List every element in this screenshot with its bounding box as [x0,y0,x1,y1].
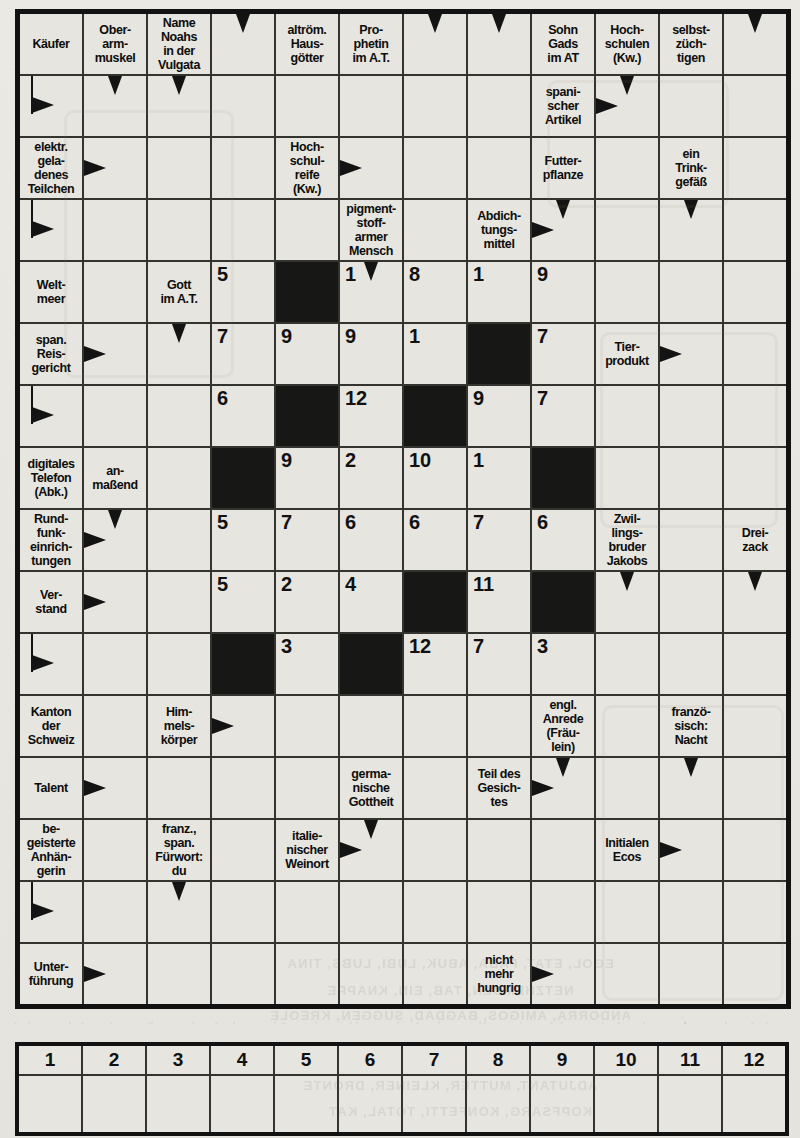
answer-cell[interactable] [404,14,466,74]
key-number: 7 [281,511,292,533]
key-number: 12 [345,387,367,409]
answer-cell[interactable]: 7 [532,386,594,446]
answer-cell[interactable] [724,324,786,384]
clue-text: Gott im A.T. [148,278,210,306]
answer-cell[interactable] [724,696,786,756]
clue-text: pigment- stoff- armer Mensch [340,202,402,258]
answer-cell[interactable] [148,634,210,694]
answer-cell[interactable] [212,758,274,818]
answer-cell[interactable] [148,448,210,508]
clue-cell: franzö- sisch: Nacht [660,696,722,756]
answer-cell[interactable] [596,448,658,508]
clue-text: Talent [20,781,82,795]
answer-cell[interactable]: 9 [276,324,338,384]
clue-text: engl. Anrede (Fräu- lein) [532,698,594,754]
answer-cell[interactable] [724,820,786,880]
clue-cell: elektr. gela- denes Teilchen [20,138,82,198]
answer-cell[interactable] [532,200,594,260]
key-number: 7 [537,325,548,347]
bleed-through-text: ANDORRA, AMIGOS, BAGDAD, SUGGEN, KREOLE [210,1008,690,1023]
answer-cell[interactable] [340,696,402,756]
answer-cell[interactable] [724,262,786,322]
answer-cell[interactable] [660,200,722,260]
clue-text: digitales Telefon (Abk.) [20,457,82,499]
answer-cell[interactable] [596,386,658,446]
key-number: 7 [473,635,484,657]
key-number: 10 [409,449,431,471]
strip-answer-cell[interactable] [339,1076,401,1132]
clue-cell: pigment- stoff- armer Mensch [340,200,402,260]
answer-cell[interactable] [596,758,658,818]
answer-cell[interactable] [84,262,146,322]
answer-cell[interactable]: 1 [404,324,466,384]
clue-cell: Hoch- schul- reife (Kw.) [276,138,338,198]
answer-cell[interactable] [596,882,658,942]
strip-number-cell: 12 [723,1046,785,1074]
answer-cell[interactable]: 7 [468,510,530,570]
clue-text: an- maßend [84,464,146,492]
answer-cell[interactable] [84,696,146,756]
answer-cell[interactable]: 11 [468,572,530,632]
clue-cell: Hoch- schulen (Kw.) [596,14,658,74]
answer-cell[interactable]: 5 [212,510,274,570]
clue-cell: Käufer [20,14,82,74]
answer-cell[interactable] [340,882,402,942]
clue-cell: Unter- führung [20,944,82,1004]
answer-cell[interactable] [276,200,338,260]
answer-cell[interactable] [660,448,722,508]
clue-text: Futter- pflanze [532,154,594,182]
clue-text: Welt- meer [20,278,82,306]
right-arrow-icon [532,222,554,238]
clue-cell: italie- nischer Weinort [276,820,338,880]
answer-cell[interactable] [468,882,530,942]
answer-cell[interactable] [148,324,210,384]
answer-cell[interactable] [468,820,530,880]
clue-cell: germa- nische Gottheit [340,758,402,818]
clue-text: Name Noahs in der Vulgata [148,16,210,72]
answer-cell[interactable] [404,138,466,198]
answer-cell[interactable] [148,200,210,260]
answer-cell[interactable] [212,200,274,260]
clue-cell: be- geisterte Anhän- gerin [20,820,82,880]
answer-cell[interactable] [660,262,722,322]
answer-cell[interactable] [84,882,146,942]
strip-number-cell: 4 [211,1046,273,1074]
black-cell [404,572,466,632]
clue-text: Rund- funk- einrich- tungen [20,512,82,568]
clue-text: Pro- phetin im A.T. [340,23,402,65]
right-arrow-icon [84,346,106,362]
clue-cell: digitales Telefon (Abk.) [20,448,82,508]
key-number: 6 [345,511,356,533]
key-number: 9 [345,325,356,347]
strip-answer-cell[interactable] [19,1076,81,1132]
clue-text: Teil des Gesich- tes [468,767,530,809]
answer-cell[interactable]: 7 [212,324,274,384]
answer-cell[interactable]: 12 [340,386,402,446]
clue-cell: Kanton der Schweiz [20,696,82,756]
clue-text: Initialen Ecos [596,836,658,864]
answer-cell[interactable] [148,386,210,446]
answer-cell[interactable]: 9 [532,262,594,322]
clue-text: Him- mels- körper [148,705,210,747]
black-cell [532,448,594,508]
strip-answer-cell[interactable] [595,1076,657,1132]
black-cell [404,386,466,446]
key-number: 9 [281,449,292,471]
strip-answer-cell[interactable] [467,1076,529,1132]
clue-cell: Pro- phetin im A.T. [340,14,402,74]
answer-cell[interactable] [84,200,146,260]
clue-text: germa- nische Gottheit [340,767,402,809]
answer-cell[interactable] [84,138,146,198]
answer-cell[interactable] [660,820,722,880]
answer-cell[interactable] [404,820,466,880]
black-cell [532,572,594,632]
answer-cell[interactable] [84,634,146,694]
answer-cell[interactable] [660,572,722,632]
clue-cell: span. Reis- gericht [20,324,82,384]
flag-arrow-icon [31,200,33,238]
clue-cell: Sohn Gads im AT [532,14,594,74]
answer-cell[interactable]: 3 [532,634,594,694]
strip-answer-cell[interactable] [83,1076,145,1132]
answer-cell[interactable] [660,324,722,384]
answer-cell[interactable] [660,882,722,942]
answer-cell[interactable] [276,696,338,756]
answer-cell[interactable] [340,138,402,198]
answer-cell[interactable] [212,696,274,756]
key-number: 11 [473,573,494,595]
clue-text: Ober- arm- muskel [84,23,146,65]
key-number: 6 [409,511,420,533]
answer-cell[interactable] [148,76,210,136]
answer-cell[interactable] [468,696,530,756]
clue-text: Sohn Gads im AT [532,23,594,65]
answer-cell[interactable]: 7 [532,324,594,384]
clue-text: Unter- führung [20,960,82,988]
clue-text: Hoch- schul- reife (Kw.) [276,140,338,196]
key-number: 1 [409,325,420,347]
answer-cell[interactable] [84,944,146,1004]
clue-cell: Talent [20,758,82,818]
down-arrow-icon [684,758,698,777]
black-cell [212,634,274,694]
clue-text: altröm. Haus- götter [276,23,338,65]
black-cell [276,386,338,446]
clue-text: nicht mehr hungrig [468,953,530,995]
answer-cell[interactable] [660,634,722,694]
answer-cell[interactable] [724,138,786,198]
clue-cell: Ober- arm- muskel [84,14,146,74]
answer-cell[interactable]: 5 [212,262,274,322]
answer-cell[interactable] [20,76,82,136]
right-arrow-icon [84,532,106,548]
key-number: 4 [345,573,356,595]
strip-number-cell: 2 [83,1046,145,1074]
key-number: 5 [217,511,228,533]
answer-cell[interactable] [724,448,786,508]
answer-cell[interactable]: 6 [212,386,274,446]
down-arrow-icon [556,200,570,219]
answer-cell[interactable] [20,200,82,260]
answer-cell[interactable] [596,138,658,198]
down-arrow-icon [364,820,378,839]
answer-cell[interactable]: 7 [468,634,530,694]
answer-cell[interactable] [84,572,146,632]
answer-cell[interactable]: 6 [340,510,402,570]
answer-cell[interactable] [404,696,466,756]
right-arrow-icon [660,842,682,858]
flag-arrow-icon [31,76,33,114]
clue-cell: Zwil- lings- bruder Jakobs [596,510,658,570]
answer-cell[interactable] [212,14,274,74]
answer-cell[interactable] [84,76,146,136]
clue-cell: Him- mels- körper [148,696,210,756]
answer-cell[interactable]: 6 [532,510,594,570]
answer-cell[interactable]: 9 [340,324,402,384]
key-number: 3 [537,635,548,657]
answer-cell[interactable] [404,882,466,942]
key-number: 12 [409,635,431,657]
answer-cell[interactable] [20,882,82,942]
answer-cell[interactable] [724,200,786,260]
clue-cell: Ver- stand [20,572,82,632]
answer-cell[interactable] [148,758,210,818]
answer-cell[interactable] [596,696,658,756]
clue-cell: Rund- funk- einrich- tungen [20,510,82,570]
answer-cell[interactable] [276,76,338,136]
answer-cell[interactable] [724,944,786,1004]
key-number: 6 [537,511,548,533]
clue-cell: Initialen Ecos [596,820,658,880]
answer-cell[interactable] [84,510,146,570]
black-cell [276,262,338,322]
crossword-board: KäuferOber- arm- muskelName Noahs in der… [15,9,791,1009]
down-arrow-icon [556,758,570,777]
right-arrow-icon [660,346,682,362]
down-arrow-icon [684,200,698,219]
down-arrow-icon [172,882,186,901]
answer-cell[interactable] [212,76,274,136]
answer-cell[interactable] [596,262,658,322]
strip-answer-cell[interactable] [723,1076,785,1132]
down-arrow-icon [620,76,634,95]
flag-arrow-icon [31,882,33,920]
answer-cell[interactable] [468,76,530,136]
strip-number-cell: 8 [467,1046,529,1074]
key-number: 7 [217,325,228,347]
answer-cell[interactable] [724,882,786,942]
answer-cell[interactable] [468,14,530,74]
answer-cell[interactable] [148,882,210,942]
answer-cell[interactable] [660,510,722,570]
answer-cell[interactable] [724,634,786,694]
strip-number-cell: 6 [339,1046,401,1074]
clue-cell: Welt- meer [20,262,82,322]
strip-answer-cell[interactable] [531,1076,593,1132]
answer-cell[interactable] [532,820,594,880]
clue-text: Käufer [20,37,82,51]
answer-cell[interactable] [340,820,402,880]
answer-cell[interactable] [340,944,402,1004]
answer-cell[interactable] [148,572,210,632]
clue-text: ein Trink- gefäß [660,147,722,189]
clue-cell: Drei- zack [724,510,786,570]
answer-cell[interactable] [84,324,146,384]
clue-cell: an- maßend [84,448,146,508]
answer-cell[interactable] [660,76,722,136]
answer-cell[interactable] [724,386,786,446]
right-arrow-icon [84,160,106,176]
strip-number-cell: 9 [531,1046,593,1074]
answer-cell[interactable] [404,944,466,1004]
answer-cell[interactable] [532,882,594,942]
strip-number-cell: 3 [147,1046,209,1074]
black-cell [468,324,530,384]
answer-cell[interactable] [660,944,722,1004]
answer-cell[interactable]: 1 [340,262,402,322]
answer-cell[interactable]: 8 [404,262,466,322]
clue-cell: Teil des Gesich- tes [468,758,530,818]
answer-cell[interactable] [212,138,274,198]
right-arrow-icon [212,718,234,734]
answer-cell[interactable] [84,820,146,880]
answer-cell[interactable] [596,572,658,632]
right-arrow-icon [532,780,554,796]
right-arrow-icon [596,98,618,114]
strip-answer-cell[interactable] [403,1076,465,1132]
key-number: 3 [281,635,292,657]
answer-cell[interactable] [340,76,402,136]
answer-cell[interactable] [596,634,658,694]
clue-cell: nicht mehr hungrig [468,944,530,1004]
answer-cell[interactable] [724,14,786,74]
answer-cell[interactable]: 12 [404,634,466,694]
key-number: 9 [281,325,292,347]
answer-cell[interactable] [404,76,466,136]
answer-cell[interactable]: 9 [276,448,338,508]
clue-cell: ein Trink- gefäß [660,138,722,198]
answer-cell[interactable] [724,572,786,632]
answer-cell[interactable] [20,634,82,694]
answer-cell[interactable]: 2 [340,448,402,508]
answer-cell[interactable]: 3 [276,634,338,694]
answer-cell[interactable]: 7 [276,510,338,570]
right-arrow-icon [84,594,106,610]
black-cell [340,634,402,694]
answer-cell[interactable] [276,944,338,1004]
key-number: 1 [473,263,484,285]
answer-cell[interactable] [148,944,210,1004]
strip-answer-cell[interactable] [659,1076,721,1132]
answer-cell[interactable] [84,758,146,818]
strip-answer-cell[interactable] [211,1076,273,1132]
clue-text: franzö- sisch: Nacht [660,705,722,747]
answer-cell[interactable] [724,758,786,818]
clue-text: Kanton der Schweiz [20,705,82,747]
strip-number-cell: 5 [275,1046,337,1074]
right-arrow-icon [532,966,554,982]
down-arrow-icon [748,14,762,33]
answer-cell[interactable]: 5 [212,572,274,632]
key-number: 7 [537,387,548,409]
answer-cell[interactable] [276,758,338,818]
strip-answer-cell[interactable] [275,1076,337,1132]
answer-cell[interactable] [404,758,466,818]
key-number: 7 [473,511,484,533]
answer-cell[interactable] [212,820,274,880]
key-number: 5 [217,263,228,285]
answer-cell[interactable]: 9 [468,386,530,446]
answer-cell[interactable]: 10 [404,448,466,508]
clue-cell: spani- scher Artikel [532,76,594,136]
clue-cell: altröm. Haus- götter [276,14,338,74]
answer-cell[interactable]: 1 [468,448,530,508]
answer-cell[interactable]: 1 [468,262,530,322]
clue-text: Drei- zack [724,526,786,554]
answer-cell[interactable] [724,76,786,136]
answer-cell[interactable] [276,882,338,942]
flag-arrow-icon [31,634,33,672]
key-number: 9 [537,263,548,285]
answer-cell[interactable] [596,76,658,136]
answer-cell[interactable]: 2 [276,572,338,632]
clue-cell: franz., span. Fürwort: du [148,820,210,880]
answer-cell[interactable] [596,200,658,260]
clue-cell: Abdich- tungs- mittel [468,200,530,260]
strip-answer-cell[interactable] [147,1076,209,1132]
key-number: 2 [281,573,292,595]
answer-cell[interactable] [660,758,722,818]
clue-text: italie- nischer Weinort [276,829,338,871]
down-arrow-icon [172,324,186,343]
answer-cell[interactable] [148,510,210,570]
clue-cell: Futter- pflanze [532,138,594,198]
answer-cell[interactable] [212,882,274,942]
answer-cell[interactable] [20,386,82,446]
answer-cell[interactable] [660,386,722,446]
key-number: 1 [345,263,356,285]
right-arrow-icon [84,780,106,796]
down-arrow-icon [492,14,506,33]
answer-cell[interactable] [404,200,466,260]
key-number: 5 [217,573,228,595]
down-arrow-icon [428,14,442,33]
answer-cell[interactable] [596,944,658,1004]
black-cell [212,448,274,508]
clue-text: Tier- produkt [596,340,658,368]
answer-cell[interactable] [468,138,530,198]
clue-cell: Tier- produkt [596,324,658,384]
answer-cell[interactable] [84,386,146,446]
key-number: 8 [409,263,420,285]
key-number: 6 [217,387,228,409]
answer-cell[interactable] [148,138,210,198]
answer-cell[interactable]: 4 [340,572,402,632]
down-arrow-icon [236,14,250,33]
down-arrow-icon [620,572,634,591]
answer-cell[interactable] [532,944,594,1004]
answer-cell[interactable]: 6 [404,510,466,570]
clue-cell: Name Noahs in der Vulgata [148,14,210,74]
clue-text: spani- scher Artikel [532,85,594,127]
answer-cell[interactable] [212,944,274,1004]
down-arrow-icon [108,510,122,529]
flag-arrow-icon [31,386,33,424]
answer-cell[interactable] [532,758,594,818]
